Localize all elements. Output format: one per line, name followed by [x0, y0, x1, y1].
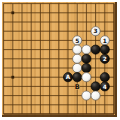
- black-stone-disc: [91, 82, 100, 91]
- white-stone-disc: [73, 63, 82, 72]
- go-diagram-screenshot: 3512A4 B: [0, 0, 120, 120]
- black-stone-disc: [100, 73, 109, 82]
- point-markers: B: [75, 83, 80, 91]
- black-stone-disc: [82, 63, 91, 72]
- stone-black: [91, 45, 100, 54]
- stone-move-label: 4: [103, 84, 107, 90]
- stone-move-label: 5: [75, 38, 79, 44]
- star-point: [11, 11, 14, 14]
- empty-point-letter-b: B: [75, 83, 80, 91]
- stone-black: [100, 45, 109, 54]
- stone-white: [91, 91, 100, 100]
- stone-move-label: 1: [103, 38, 107, 44]
- stone-move-label: 3: [94, 28, 98, 34]
- white-stone-disc: [91, 91, 100, 100]
- stone-move-label: A: [66, 74, 71, 80]
- stone-white: 1: [100, 36, 109, 45]
- white-stone-disc: [82, 45, 91, 54]
- black-stone-disc: [73, 73, 82, 82]
- black-stone-disc: [91, 45, 100, 54]
- stone-black: A: [63, 73, 72, 82]
- black-stone-disc: [82, 54, 91, 63]
- go-board-grid[interactable]: 3512A4 B: [2, 2, 115, 115]
- stone-white: [73, 54, 82, 63]
- stone-white: 3: [91, 27, 100, 36]
- stone-black: [82, 63, 91, 72]
- white-stone-disc: [82, 91, 91, 100]
- white-stone-disc: [82, 73, 91, 82]
- stone-move-label: 2: [103, 56, 107, 62]
- stone-white: [82, 91, 91, 100]
- stone-black: [73, 73, 82, 82]
- stone-black: [100, 73, 109, 82]
- stone-white: [73, 45, 82, 54]
- go-board[interactable]: 3512A4 B: [2, 2, 117, 117]
- stone-white: [82, 73, 91, 82]
- stone-black: [91, 82, 100, 91]
- star-point: [11, 76, 14, 79]
- stone-white: 5: [73, 36, 82, 45]
- stone-black: 4: [100, 82, 109, 91]
- white-stone-disc: [73, 54, 82, 63]
- stone-black: 2: [100, 54, 109, 63]
- stone-black: [82, 54, 91, 63]
- stone-white: [82, 45, 91, 54]
- white-stone-disc: [73, 45, 82, 54]
- black-stone-disc: [100, 45, 109, 54]
- stone-white: [73, 63, 82, 72]
